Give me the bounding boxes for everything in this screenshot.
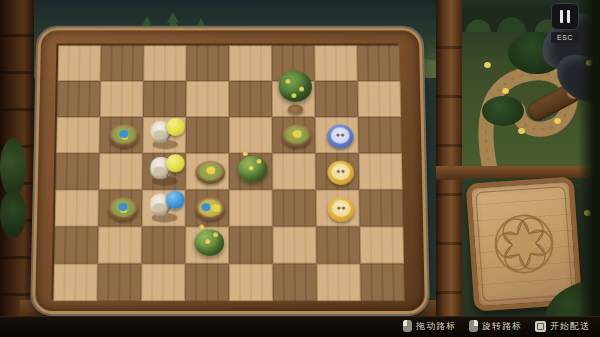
piece-bush bbox=[186, 227, 228, 262]
board-cell[interactable] bbox=[100, 45, 143, 81]
coin-gold-part bbox=[335, 168, 346, 177]
board-cell[interactable] bbox=[357, 45, 400, 81]
board-cell[interactable] bbox=[314, 45, 357, 81]
hint-drag-signpost: 拖动路标 bbox=[403, 320, 456, 333]
board-cell[interactable] bbox=[317, 264, 361, 301]
mouse-left-icon bbox=[403, 320, 412, 332]
pad-blue-yellow-bird-part bbox=[211, 204, 220, 212]
piece-coin-blue bbox=[316, 118, 358, 152]
board-cell[interactable] bbox=[185, 227, 229, 264]
board-cell[interactable] bbox=[360, 264, 404, 301]
piece-pad-yellow-bird[interactable] bbox=[187, 154, 228, 189]
flower-icon bbox=[554, 118, 561, 124]
board-cell[interactable] bbox=[97, 264, 141, 301]
board-cell[interactable] bbox=[142, 190, 186, 227]
pad-blue-yellow-bird-part bbox=[201, 203, 210, 211]
right-edge-shadow bbox=[578, 0, 600, 337]
board-cell[interactable] bbox=[229, 81, 272, 117]
pad-yellow-bird-part bbox=[285, 126, 309, 143]
pad-blue-bird-part bbox=[108, 197, 138, 220]
board-cell[interactable] bbox=[98, 227, 142, 264]
board-cell[interactable] bbox=[272, 153, 316, 190]
board-cell[interactable] bbox=[358, 81, 402, 117]
tree-part bbox=[288, 105, 304, 114]
board-cell[interactable] bbox=[229, 117, 272, 153]
card-border-line bbox=[475, 186, 572, 302]
chick-yellow-balloon-part bbox=[153, 167, 166, 176]
board-cell[interactable] bbox=[54, 227, 98, 264]
tree-part bbox=[299, 87, 304, 92]
piece-bush bbox=[230, 154, 271, 189]
board-cell[interactable] bbox=[315, 81, 358, 117]
board-cell[interactable] bbox=[142, 153, 186, 190]
key-icon bbox=[535, 321, 546, 332]
chick-blue-balloon-part bbox=[166, 205, 178, 217]
coin-blue-part bbox=[335, 131, 346, 140]
board-cell[interactable] bbox=[55, 153, 99, 190]
pad-blue-bird-part bbox=[109, 125, 139, 148]
board-cell[interactable] bbox=[56, 117, 100, 153]
board-cell[interactable] bbox=[58, 45, 101, 81]
chick-blue-balloon-part bbox=[152, 213, 178, 223]
piece-tree bbox=[273, 82, 314, 116]
piece-coin-gold bbox=[316, 154, 358, 189]
hint-bar: 拖动路标 旋转路标 开始配送 bbox=[0, 316, 600, 337]
chick-yellow-balloon-part bbox=[150, 157, 172, 179]
board-grid bbox=[51, 44, 402, 300]
board-cell[interactable] bbox=[53, 264, 97, 301]
board-cell[interactable] bbox=[229, 45, 272, 81]
chick-yellow-balloon-part bbox=[152, 176, 178, 186]
board-cell[interactable] bbox=[272, 45, 315, 81]
coin-gold-part bbox=[331, 164, 350, 180]
board-cell[interactable] bbox=[229, 190, 273, 227]
piece-pad-blue-bird[interactable] bbox=[99, 191, 141, 226]
game-screen: ESC 拖动路标 旋转路标 开始配送 bbox=[0, 0, 600, 337]
board-cell[interactable] bbox=[229, 153, 272, 190]
board-cell[interactable] bbox=[273, 264, 317, 301]
board-cell[interactable] bbox=[185, 190, 229, 227]
bush-part bbox=[238, 156, 268, 182]
pad-yellow-bird-part bbox=[282, 125, 312, 148]
piece-chick-yellow-balloon bbox=[143, 154, 185, 189]
bush-part bbox=[205, 239, 210, 244]
chick-yellow-balloon-part bbox=[166, 154, 185, 172]
pause-icon bbox=[560, 10, 563, 23]
piece-chick-yellow-balloon bbox=[144, 118, 185, 152]
board-cell[interactable] bbox=[316, 190, 360, 227]
chick-yellow-balloon-part bbox=[152, 140, 178, 150]
pad-blue-bird-part bbox=[112, 126, 136, 143]
bush-part bbox=[257, 159, 262, 164]
chick-yellow-balloon-part bbox=[166, 168, 178, 180]
board-cell[interactable] bbox=[142, 227, 186, 264]
board-cell[interactable] bbox=[273, 227, 317, 264]
board-cell[interactable] bbox=[229, 264, 273, 301]
pause-icon bbox=[567, 10, 570, 23]
board-cell[interactable] bbox=[272, 190, 316, 227]
board-cell[interactable] bbox=[186, 81, 229, 117]
pad-yellow-bird-part bbox=[206, 167, 215, 175]
board-cell[interactable] bbox=[100, 81, 143, 117]
hint-start-delivery: 开始配送 bbox=[535, 320, 590, 333]
board-cell[interactable] bbox=[186, 45, 229, 81]
board-cell[interactable] bbox=[359, 190, 403, 227]
board-cell[interactable] bbox=[315, 153, 359, 190]
coin-gold-part bbox=[327, 161, 354, 185]
board-cell[interactable] bbox=[185, 264, 229, 301]
hint-rotate-signpost: 旋转路标 bbox=[469, 320, 522, 333]
pad-blue-bird-part bbox=[111, 199, 135, 216]
chick-blue-balloon-part bbox=[166, 191, 185, 209]
chick-yellow-balloon-part bbox=[166, 118, 185, 136]
coin-blue-part bbox=[331, 127, 350, 143]
flower-icon bbox=[484, 62, 491, 68]
pad-yellow-bird-part bbox=[293, 130, 302, 138]
piece-pad-blue-bird[interactable] bbox=[100, 118, 142, 152]
coin-gold-part bbox=[336, 204, 347, 213]
plant-icon bbox=[0, 190, 26, 238]
board-cell[interactable] bbox=[358, 117, 402, 153]
board-cell[interactable] bbox=[143, 45, 186, 81]
piece-pad-yellow-bird[interactable] bbox=[273, 118, 314, 152]
pad-blue-yellow-bird-part bbox=[195, 197, 225, 220]
board-cell[interactable] bbox=[141, 264, 185, 301]
pad-yellow-bird-part bbox=[198, 163, 222, 180]
coin-blue-part bbox=[327, 125, 354, 149]
plant-icon bbox=[0, 138, 26, 196]
chick-yellow-balloon-part bbox=[151, 121, 173, 143]
pad-blue-yellow-bird-part bbox=[198, 199, 222, 216]
hint-label: 旋转路标 bbox=[482, 320, 522, 333]
board-cell[interactable] bbox=[272, 81, 315, 117]
board-cell[interactable] bbox=[359, 153, 403, 190]
flower-icon bbox=[502, 88, 509, 94]
board-cell[interactable] bbox=[186, 153, 229, 190]
board-cell[interactable] bbox=[99, 153, 143, 190]
flower-icon bbox=[518, 128, 525, 134]
esc-key-label: ESC bbox=[551, 32, 579, 43]
board-cell[interactable] bbox=[229, 227, 273, 264]
bush-part bbox=[249, 166, 254, 171]
board-cell[interactable] bbox=[360, 227, 404, 264]
piece-coin-gold bbox=[317, 191, 359, 226]
bush-part bbox=[194, 229, 224, 255]
chick-yellow-balloon-part bbox=[166, 132, 178, 144]
pad-blue-bird-part bbox=[118, 203, 127, 211]
board-cell[interactable] bbox=[272, 117, 315, 153]
tree-part bbox=[291, 93, 296, 98]
game-board bbox=[32, 28, 428, 314]
pad-blue-bird-part bbox=[119, 130, 128, 138]
board-cell[interactable] bbox=[316, 227, 360, 264]
hint-label: 开始配送 bbox=[550, 320, 590, 333]
hint-label: 拖动路标 bbox=[416, 320, 456, 333]
piece-chick-blue-balloon bbox=[143, 191, 185, 226]
pad-yellow-bird-part bbox=[196, 161, 226, 184]
pause-button[interactable] bbox=[551, 3, 579, 30]
board-cell[interactable] bbox=[315, 117, 359, 153]
board-cell[interactable] bbox=[57, 81, 101, 117]
board-cell[interactable] bbox=[55, 190, 99, 227]
mouse-right-icon bbox=[469, 320, 478, 332]
board-cell[interactable] bbox=[143, 81, 186, 117]
chick-blue-balloon-part bbox=[153, 203, 166, 212]
board-cell[interactable] bbox=[98, 190, 142, 227]
bush-part bbox=[213, 232, 218, 237]
chick-blue-balloon-part bbox=[150, 194, 172, 216]
board-cell[interactable] bbox=[99, 117, 143, 153]
coin-gold-part bbox=[332, 200, 351, 216]
coin-gold-part bbox=[328, 197, 355, 221]
bush-icon bbox=[482, 96, 524, 126]
piece-pad-blue-yellow-bird[interactable] bbox=[186, 191, 228, 226]
board-cell[interactable] bbox=[186, 117, 229, 153]
chick-yellow-balloon-part bbox=[154, 130, 167, 139]
board-cell[interactable] bbox=[143, 117, 186, 153]
